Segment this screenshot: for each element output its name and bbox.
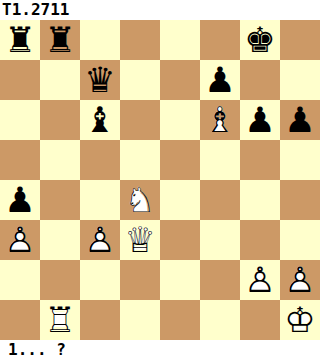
square-g4[interactable] xyxy=(240,180,280,220)
square-d2[interactable] xyxy=(120,260,160,300)
piece-black-pawn: ♟ xyxy=(240,100,280,140)
square-b5[interactable] xyxy=(40,140,80,180)
square-c4[interactable] xyxy=(80,180,120,220)
square-d6[interactable] xyxy=(120,100,160,140)
square-f6[interactable]: ♝♗ xyxy=(200,100,240,140)
square-e8[interactable] xyxy=(160,20,200,60)
square-e3[interactable] xyxy=(160,220,200,260)
square-b1[interactable]: ♜♖ xyxy=(40,300,80,340)
piece-white-pawn-fill: ♟ xyxy=(240,260,280,300)
chess-board: ♜♜♚♛♟♝♝♗♟♟♟♞♘♟♙♟♙♛♕♟♙♟♙♜♖♚♔ xyxy=(0,20,320,340)
square-c3[interactable]: ♟♙ xyxy=(80,220,120,260)
square-a5[interactable] xyxy=(0,140,40,180)
square-h3[interactable] xyxy=(280,220,320,260)
square-b7[interactable] xyxy=(40,60,80,100)
square-g3[interactable] xyxy=(240,220,280,260)
piece-black-rook: ♜ xyxy=(0,20,40,60)
piece-white-pawn-fill: ♟ xyxy=(280,260,320,300)
square-d5[interactable] xyxy=(120,140,160,180)
square-f3[interactable] xyxy=(200,220,240,260)
square-g6[interactable]: ♟ xyxy=(240,100,280,140)
square-a1[interactable] xyxy=(0,300,40,340)
piece-white-bishop-fill: ♝ xyxy=(200,100,240,140)
piece-white-rook: ♖ xyxy=(40,300,80,340)
square-c5[interactable] xyxy=(80,140,120,180)
square-e7[interactable] xyxy=(160,60,200,100)
square-e6[interactable] xyxy=(160,100,200,140)
square-g1[interactable] xyxy=(240,300,280,340)
square-a4[interactable]: ♟ xyxy=(0,180,40,220)
square-f5[interactable] xyxy=(200,140,240,180)
square-c7[interactable]: ♛ xyxy=(80,60,120,100)
piece-white-bishop: ♗ xyxy=(200,100,240,140)
square-b8[interactable]: ♜ xyxy=(40,20,80,60)
square-h6[interactable]: ♟ xyxy=(280,100,320,140)
piece-white-pawn-fill: ♟ xyxy=(80,220,120,260)
piece-black-queen: ♛ xyxy=(80,60,120,100)
square-g7[interactable] xyxy=(240,60,280,100)
square-h2[interactable]: ♟♙ xyxy=(280,260,320,300)
piece-black-pawn: ♟ xyxy=(200,60,240,100)
square-h8[interactable] xyxy=(280,20,320,60)
piece-white-queen-fill: ♛ xyxy=(120,220,160,260)
square-a2[interactable] xyxy=(0,260,40,300)
square-f4[interactable] xyxy=(200,180,240,220)
square-c8[interactable] xyxy=(80,20,120,60)
piece-white-pawn: ♙ xyxy=(240,260,280,300)
square-e1[interactable] xyxy=(160,300,200,340)
puzzle-page: T1.2711 ♜♜♚♛♟♝♝♗♟♟♟♞♘♟♙♟♙♛♕♟♙♟♙♜♖♚♔ 1...… xyxy=(0,0,320,360)
square-d3[interactable]: ♛♕ xyxy=(120,220,160,260)
square-a6[interactable] xyxy=(0,100,40,140)
square-a8[interactable]: ♜ xyxy=(0,20,40,60)
square-d4[interactable]: ♞♘ xyxy=(120,180,160,220)
square-a7[interactable] xyxy=(0,60,40,100)
square-f8[interactable] xyxy=(200,20,240,60)
square-h4[interactable] xyxy=(280,180,320,220)
square-a3[interactable]: ♟♙ xyxy=(0,220,40,260)
square-g5[interactable] xyxy=(240,140,280,180)
square-f7[interactable]: ♟ xyxy=(200,60,240,100)
move-prompt: 1... ? xyxy=(8,340,66,360)
square-b3[interactable] xyxy=(40,220,80,260)
square-b6[interactable] xyxy=(40,100,80,140)
square-c1[interactable] xyxy=(80,300,120,340)
square-h1[interactable]: ♚♔ xyxy=(280,300,320,340)
piece-black-bishop: ♝ xyxy=(80,100,120,140)
piece-white-knight: ♘ xyxy=(120,180,160,220)
piece-white-queen: ♕ xyxy=(120,220,160,260)
square-d8[interactable] xyxy=(120,20,160,60)
square-g2[interactable]: ♟♙ xyxy=(240,260,280,300)
square-f2[interactable] xyxy=(200,260,240,300)
piece-black-pawn: ♟ xyxy=(280,100,320,140)
piece-white-king: ♔ xyxy=(280,300,320,340)
square-h7[interactable] xyxy=(280,60,320,100)
piece-black-king: ♚ xyxy=(240,20,280,60)
piece-white-pawn: ♙ xyxy=(80,220,120,260)
square-c6[interactable]: ♝ xyxy=(80,100,120,140)
square-e5[interactable] xyxy=(160,140,200,180)
square-f1[interactable] xyxy=(200,300,240,340)
piece-white-pawn: ♙ xyxy=(280,260,320,300)
piece-white-pawn-fill: ♟ xyxy=(0,220,40,260)
piece-black-pawn: ♟ xyxy=(0,180,40,220)
puzzle-id: T1.2711 xyxy=(2,0,69,20)
square-b4[interactable] xyxy=(40,180,80,220)
square-b2[interactable] xyxy=(40,260,80,300)
square-c2[interactable] xyxy=(80,260,120,300)
piece-white-king-fill: ♚ xyxy=(280,300,320,340)
square-e2[interactable] xyxy=(160,260,200,300)
piece-black-rook: ♜ xyxy=(40,20,80,60)
piece-white-rook-fill: ♜ xyxy=(40,300,80,340)
piece-white-knight-fill: ♞ xyxy=(120,180,160,220)
square-h5[interactable] xyxy=(280,140,320,180)
square-d1[interactable] xyxy=(120,300,160,340)
square-d7[interactable] xyxy=(120,60,160,100)
piece-white-pawn: ♙ xyxy=(0,220,40,260)
square-g8[interactable]: ♚ xyxy=(240,20,280,60)
square-e4[interactable] xyxy=(160,180,200,220)
